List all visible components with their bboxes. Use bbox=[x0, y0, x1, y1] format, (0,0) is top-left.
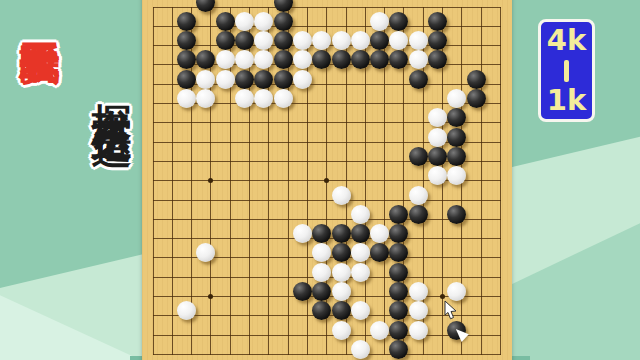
stone-black bbox=[428, 50, 447, 69]
stone-white bbox=[332, 321, 351, 340]
rank-badge: 4k 1k bbox=[538, 19, 595, 122]
stone-black bbox=[409, 70, 428, 89]
stone-white bbox=[332, 263, 351, 282]
banner-black-text: 探索棋之正道 bbox=[92, 72, 132, 102]
stone-white bbox=[235, 12, 254, 31]
stone-black bbox=[177, 12, 196, 31]
stone-white bbox=[235, 50, 254, 69]
stone-white bbox=[293, 50, 312, 69]
stone-black bbox=[447, 147, 466, 166]
stone-black bbox=[274, 0, 293, 12]
stone-black bbox=[389, 301, 408, 320]
stone-black bbox=[312, 50, 331, 69]
stone-white bbox=[428, 108, 447, 127]
grid-line bbox=[153, 7, 154, 355]
star-point bbox=[208, 294, 213, 299]
stone-black bbox=[235, 31, 254, 50]
stone-black bbox=[293, 282, 312, 301]
stone-black bbox=[467, 70, 486, 89]
stone-white bbox=[332, 186, 351, 205]
stone-black bbox=[332, 224, 351, 243]
stone-white bbox=[254, 89, 273, 108]
stone-white bbox=[447, 282, 466, 301]
stone-white bbox=[332, 282, 351, 301]
stone-black bbox=[389, 321, 408, 340]
stone-white bbox=[254, 31, 273, 50]
stone-black bbox=[428, 147, 447, 166]
stone-black bbox=[467, 89, 486, 108]
stone-white bbox=[409, 321, 428, 340]
stone-white bbox=[235, 89, 254, 108]
stone-black bbox=[274, 12, 293, 31]
stone-white bbox=[351, 263, 370, 282]
stone-black bbox=[370, 31, 389, 50]
stone-black bbox=[389, 205, 408, 224]
stone-white bbox=[293, 31, 312, 50]
stone-black bbox=[312, 301, 331, 320]
stone-white bbox=[409, 31, 428, 50]
stone-black bbox=[177, 31, 196, 50]
stone-black bbox=[274, 31, 293, 50]
stone-black bbox=[389, 282, 408, 301]
stone-black bbox=[389, 263, 408, 282]
rank-top-label: 4k bbox=[547, 26, 586, 55]
stone-white bbox=[312, 243, 331, 262]
stone-black bbox=[389, 340, 408, 359]
stone-black bbox=[332, 243, 351, 262]
stone-white bbox=[351, 340, 370, 359]
stone-black bbox=[196, 50, 215, 69]
stone-black bbox=[351, 224, 370, 243]
stone-black bbox=[254, 70, 273, 89]
stone-white bbox=[177, 89, 196, 108]
stone-white bbox=[370, 321, 389, 340]
stone-white bbox=[196, 89, 215, 108]
stone-white bbox=[370, 224, 389, 243]
stone-black bbox=[428, 12, 447, 31]
stone-black bbox=[177, 70, 196, 89]
stone-white bbox=[216, 50, 235, 69]
stone-white bbox=[447, 89, 466, 108]
mouse-cursor-icon bbox=[444, 300, 460, 320]
grid-line bbox=[153, 200, 501, 201]
star-point bbox=[208, 178, 213, 183]
stone-white bbox=[254, 12, 273, 31]
stone-black bbox=[447, 108, 466, 127]
stone-white bbox=[351, 31, 370, 50]
stone-white bbox=[409, 50, 428, 69]
rank-separator bbox=[564, 60, 569, 82]
stone-black bbox=[447, 205, 466, 224]
stone-white bbox=[370, 12, 389, 31]
stone-white bbox=[196, 70, 215, 89]
stone-black bbox=[177, 50, 196, 69]
stone-black bbox=[409, 205, 428, 224]
star-point bbox=[324, 178, 329, 183]
stone-black bbox=[389, 50, 408, 69]
stone-black bbox=[409, 147, 428, 166]
stone-black bbox=[389, 243, 408, 262]
stone-black bbox=[196, 0, 215, 12]
stone-white bbox=[293, 70, 312, 89]
stone-black bbox=[370, 50, 389, 69]
stone-white bbox=[216, 70, 235, 89]
stone-black bbox=[447, 128, 466, 147]
stone-black bbox=[332, 301, 351, 320]
stone-black bbox=[332, 50, 351, 69]
stone-white bbox=[351, 243, 370, 262]
stone-black bbox=[216, 31, 235, 50]
stone-white bbox=[177, 301, 196, 320]
stone-black bbox=[274, 50, 293, 69]
stone-white bbox=[351, 205, 370, 224]
stone-black bbox=[370, 243, 389, 262]
star-point bbox=[440, 294, 445, 299]
stone-black bbox=[312, 224, 331, 243]
grid-line bbox=[172, 7, 173, 355]
stone-white bbox=[409, 301, 428, 320]
stone-black bbox=[274, 70, 293, 89]
rank-bottom-label: 1k bbox=[547, 86, 586, 115]
grid-line bbox=[153, 354, 501, 355]
stone-white bbox=[196, 243, 215, 262]
stone-black bbox=[216, 12, 235, 31]
stone-white bbox=[312, 31, 331, 50]
stone-white bbox=[447, 166, 466, 185]
grid-line bbox=[153, 26, 501, 27]
stone-white bbox=[389, 31, 408, 50]
stone-white bbox=[274, 89, 293, 108]
stone-white bbox=[409, 186, 428, 205]
stone-black bbox=[389, 224, 408, 243]
stone-black bbox=[428, 31, 447, 50]
stone-white bbox=[428, 128, 447, 147]
stone-white bbox=[409, 282, 428, 301]
stone-white bbox=[332, 31, 351, 50]
stone-black bbox=[351, 50, 370, 69]
stone-white bbox=[351, 301, 370, 320]
stone-white bbox=[312, 263, 331, 282]
grid-line bbox=[500, 7, 501, 355]
stone-black bbox=[389, 12, 408, 31]
stone-white bbox=[254, 50, 273, 69]
stone-white bbox=[293, 224, 312, 243]
grid-line bbox=[481, 7, 482, 355]
stone-black bbox=[235, 70, 254, 89]
